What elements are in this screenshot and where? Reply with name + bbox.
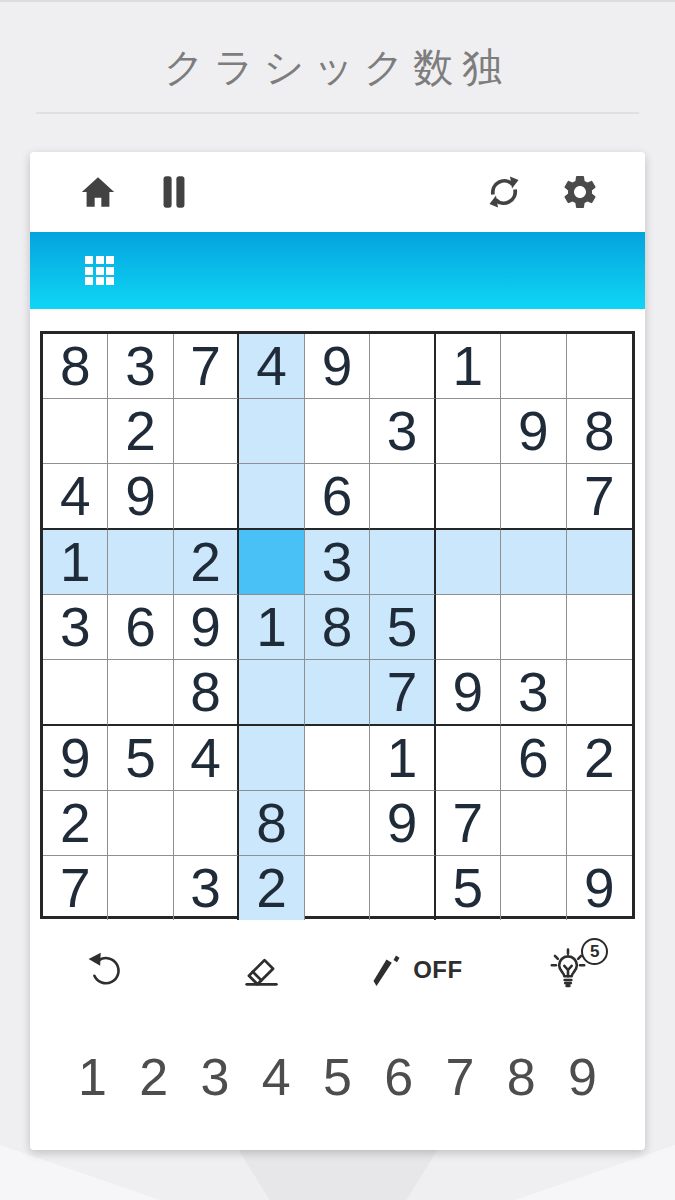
numpad-8[interactable]: 8 [507,1051,536,1103]
pencil-icon [366,950,406,990]
eraser-icon [239,948,283,992]
cell-r6c8[interactable]: 3 [501,660,566,726]
hint-button[interactable]: 5 [491,930,645,1010]
cell-r8c6[interactable]: 9 [370,791,435,856]
pencil-button[interactable]: OFF [338,930,492,1010]
cell-r9c1[interactable]: 7 [43,856,108,920]
cell-r2c9[interactable]: 8 [567,399,632,464]
cell-r1c2[interactable]: 3 [108,334,173,399]
cell-r4c9[interactable] [567,530,632,595]
cell-r6c3[interactable]: 8 [174,660,239,726]
cell-r2c3[interactable] [174,399,239,464]
cell-r9c8[interactable] [501,856,566,920]
board-header-bar [30,232,645,309]
cell-r2c7[interactable] [436,399,501,464]
pause-icon [155,173,193,211]
cell-r8c8[interactable] [501,791,566,856]
cell-r1c9[interactable] [567,334,632,399]
cell-r3c7[interactable] [436,464,501,530]
cell-r7c2[interactable]: 5 [108,726,173,791]
cell-r4c4[interactable] [239,530,304,595]
cell-r3c2[interactable]: 9 [108,464,173,530]
cell-r4c3[interactable]: 2 [174,530,239,595]
cell-r7c7[interactable] [436,726,501,791]
background-corner-left [0,1145,160,1200]
numpad-3[interactable]: 3 [201,1051,230,1103]
cell-r5c9[interactable] [567,595,632,660]
cell-r5c4[interactable]: 1 [239,595,304,660]
cell-r2c5[interactable] [305,399,370,464]
cell-r7c9[interactable]: 2 [567,726,632,791]
cell-r1c4[interactable]: 4 [239,334,304,399]
numpad-6[interactable]: 6 [384,1051,413,1103]
cell-r4c5[interactable]: 3 [305,530,370,595]
cell-r1c5[interactable]: 9 [305,334,370,399]
cell-r6c7[interactable]: 9 [436,660,501,726]
cell-r8c1[interactable]: 2 [43,791,108,856]
cell-r8c7[interactable]: 7 [436,791,501,856]
cell-r8c3[interactable] [174,791,239,856]
sudoku-board: 8374912398496712336918587939541622897732… [40,331,635,919]
numpad-7[interactable]: 7 [446,1051,475,1103]
hint-count-badge: 5 [581,938,608,965]
cell-r7c4[interactable] [239,726,304,791]
cell-r6c6[interactable]: 7 [370,660,435,726]
cell-r2c2[interactable]: 2 [108,399,173,464]
cell-r1c6[interactable] [370,334,435,399]
cell-r9c6[interactable] [370,856,435,920]
cell-r9c4[interactable]: 2 [239,856,304,920]
restart-button[interactable] [483,171,525,213]
header-divider [36,112,639,114]
grid-icon[interactable] [85,256,114,285]
cell-r3c1[interactable]: 4 [43,464,108,530]
cell-r2c8[interactable]: 9 [501,399,566,464]
cell-r5c1[interactable]: 3 [43,595,108,660]
hint-icon-wrap: 5 [545,947,591,993]
cell-r8c4[interactable]: 8 [239,791,304,856]
cell-r5c2[interactable]: 6 [108,595,173,660]
cell-r3c5[interactable]: 6 [305,464,370,530]
controls-bar: OFF 5 [30,930,645,1010]
numpad-9[interactable]: 9 [568,1051,597,1103]
home-button[interactable] [77,171,119,213]
pause-button[interactable] [153,171,195,213]
settings-button[interactable] [559,171,601,213]
cell-r7c5[interactable] [305,726,370,791]
pencil-mode-label: OFF [413,956,463,984]
cell-r1c8[interactable] [501,334,566,399]
cell-r2c1[interactable] [43,399,108,464]
cell-r3c8[interactable] [501,464,566,530]
cell-r3c6[interactable] [370,464,435,530]
numpad-2[interactable]: 2 [139,1051,168,1103]
cell-r2c6[interactable]: 3 [370,399,435,464]
gear-icon [560,172,600,212]
refresh-icon [484,172,524,212]
eraser-button[interactable] [184,930,338,1010]
home-icon [79,173,117,211]
cell-r4c2[interactable] [108,530,173,595]
cell-r1c7[interactable]: 1 [436,334,501,399]
cell-r3c4[interactable] [239,464,304,530]
cell-r1c3[interactable]: 7 [174,334,239,399]
background-corner-right [515,1145,675,1200]
cell-r5c3[interactable]: 9 [174,595,239,660]
cell-r9c3[interactable]: 3 [174,856,239,920]
cell-r8c9[interactable] [567,791,632,856]
cell-r5c6[interactable]: 5 [370,595,435,660]
cell-r8c2[interactable] [108,791,173,856]
cell-r1c1[interactable]: 8 [43,334,108,399]
cell-r7c6[interactable]: 1 [370,726,435,791]
cell-r3c3[interactable] [174,464,239,530]
undo-button[interactable] [30,930,184,1010]
undo-icon [86,949,128,991]
cell-r5c5[interactable]: 8 [305,595,370,660]
toolbar [30,152,645,232]
cell-r6c1[interactable] [43,660,108,726]
cell-r9c2[interactable] [108,856,173,920]
numpad-5[interactable]: 5 [323,1051,352,1103]
cell-r9c9[interactable]: 9 [567,856,632,920]
cell-r2c4[interactable] [239,399,304,464]
game-card: 8374912398496712336918587939541622897732… [30,152,645,1150]
cell-r6c9[interactable] [567,660,632,726]
cell-r9c7[interactable]: 5 [436,856,501,920]
cell-r7c3[interactable]: 4 [174,726,239,791]
cell-r4c7[interactable] [436,530,501,595]
cell-r4c1[interactable]: 1 [43,530,108,595]
cell-r4c6[interactable] [370,530,435,595]
cell-r9c5[interactable] [305,856,370,920]
cell-r6c4[interactable] [239,660,304,726]
cell-r5c7[interactable] [436,595,501,660]
cell-r5c8[interactable] [501,595,566,660]
cell-r4c8[interactable] [501,530,566,595]
cell-r6c5[interactable] [305,660,370,726]
numpad-4[interactable]: 4 [262,1051,291,1103]
cell-r7c8[interactable]: 6 [501,726,566,791]
cell-r7c1[interactable]: 9 [43,726,108,791]
cell-r6c2[interactable] [108,660,173,726]
numpad-1[interactable]: 1 [78,1051,107,1103]
numpad: 123456789 [30,1032,645,1122]
top-hairline [0,0,675,2]
page-title: クラシック数独 [0,40,675,95]
cell-r8c5[interactable] [305,791,370,856]
cell-r3c9[interactable]: 7 [567,464,632,530]
